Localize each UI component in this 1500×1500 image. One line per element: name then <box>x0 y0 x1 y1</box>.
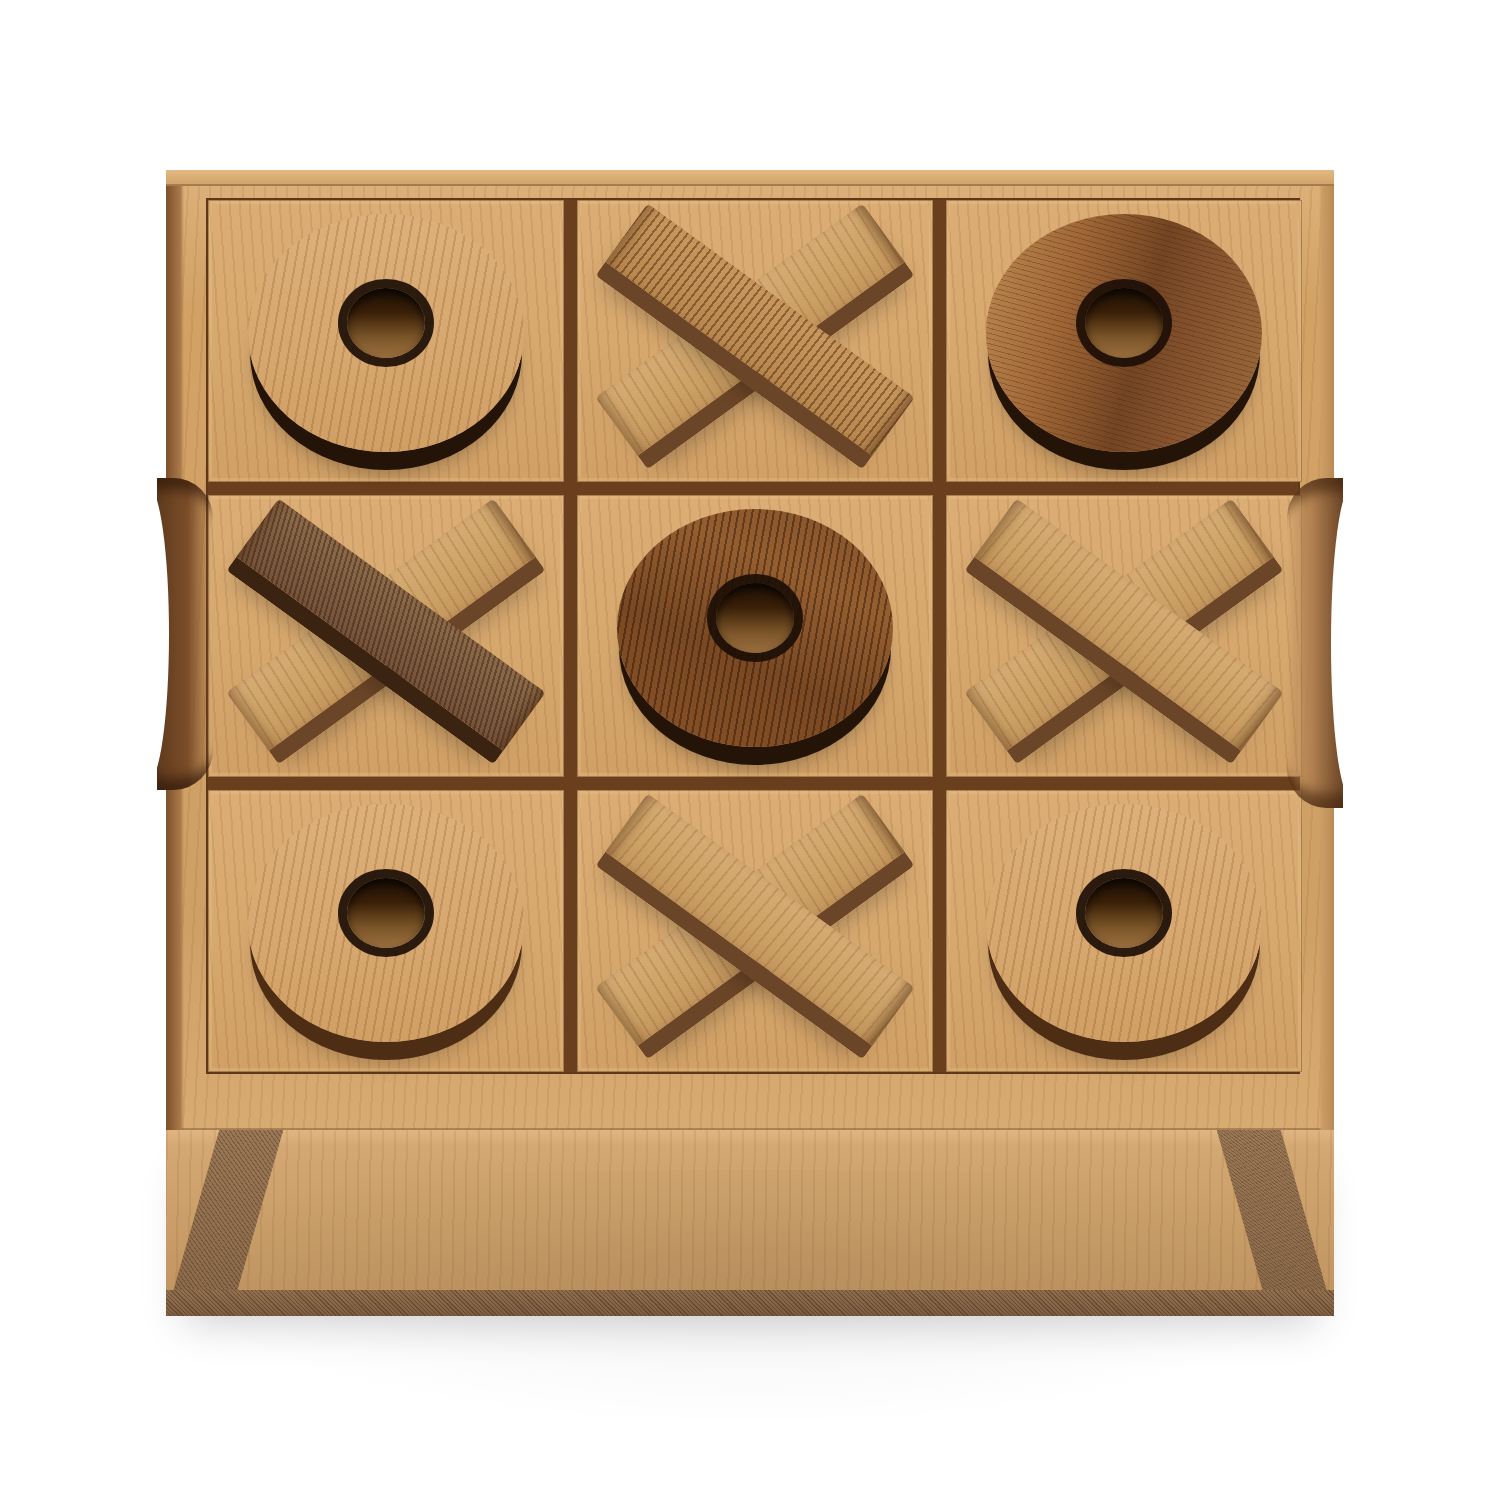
cell-r0c1[interactable] <box>577 200 933 482</box>
o-piece-hole <box>347 288 425 358</box>
cell-r0c2[interactable] <box>946 200 1302 482</box>
board-grid <box>206 198 1300 1074</box>
x-piece[interactable] <box>236 516 536 746</box>
cell-r1c2[interactable] <box>946 495 1302 777</box>
cell-r2c2[interactable] <box>946 790 1302 1072</box>
o-piece-hole <box>347 878 425 948</box>
cell-r2c0[interactable] <box>208 790 564 1072</box>
front-right-corner-joint <box>1217 1130 1334 1316</box>
o-piece[interactable] <box>986 214 1262 452</box>
o-piece-hole <box>1085 878 1163 948</box>
x-piece[interactable] <box>605 811 905 1041</box>
front-bottom-edge <box>166 1290 1334 1316</box>
box-back-rim <box>166 170 1334 186</box>
game-board <box>166 170 1334 1130</box>
o-piece[interactable] <box>617 509 893 747</box>
o-piece[interactable] <box>248 804 524 1042</box>
o-piece-hole <box>716 583 794 653</box>
right-finger-notch <box>1287 478 1343 808</box>
front-left-corner-joint <box>166 1130 283 1316</box>
cell-r2c1[interactable] <box>577 790 933 1072</box>
x-piece[interactable] <box>605 221 905 451</box>
cell-r0c0[interactable] <box>208 200 564 482</box>
o-piece-hole <box>1085 288 1163 358</box>
cell-r1c0[interactable] <box>208 495 564 777</box>
o-piece[interactable] <box>986 804 1262 1042</box>
wooden-tic-tac-toe-box <box>166 170 1334 1316</box>
box-front-panel <box>166 1130 1334 1316</box>
product-photo-scene <box>0 0 1500 1500</box>
cell-r1c1[interactable] <box>577 495 933 777</box>
left-finger-notch <box>157 478 213 790</box>
x-piece[interactable] <box>974 516 1274 746</box>
o-piece[interactable] <box>248 214 524 452</box>
